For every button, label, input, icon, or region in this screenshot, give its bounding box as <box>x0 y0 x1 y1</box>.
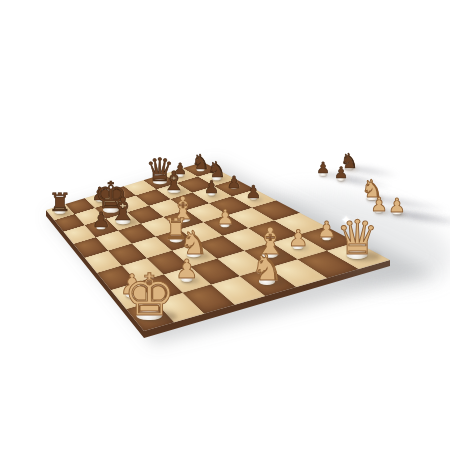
knight-icon: ♞ <box>251 250 284 286</box>
pawn-icon: ♟ <box>388 196 405 215</box>
pawn-icon: ♟ <box>227 173 242 190</box>
queen-icon: ♛ <box>336 214 379 261</box>
pawn-icon: ♟ <box>246 183 262 201</box>
pawn-icon: ♟ <box>317 219 337 241</box>
pawn-icon: ♟ <box>334 165 348 181</box>
rook-icon: ♜ <box>49 190 72 215</box>
pawn-icon: ♟ <box>316 161 330 176</box>
pawn-icon: ♟ <box>216 207 234 228</box>
king-icon: ♚ <box>123 266 175 324</box>
pawn-icon: ♟ <box>288 227 308 250</box>
pawn-icon: ♟ <box>92 210 111 231</box>
pawn-icon: ♟ <box>204 179 220 196</box>
pawn-icon: ♟ <box>175 257 199 283</box>
wobble-chess-photo: ♜♟♛♟♞♚♝♞♟♝♟♟♟♝♜♟♞♟♟♝♟♟♚♞♛♟♟♞♞♟♟ ✦ ✦ <box>0 0 450 450</box>
bishop-icon: ♝ <box>109 194 137 226</box>
